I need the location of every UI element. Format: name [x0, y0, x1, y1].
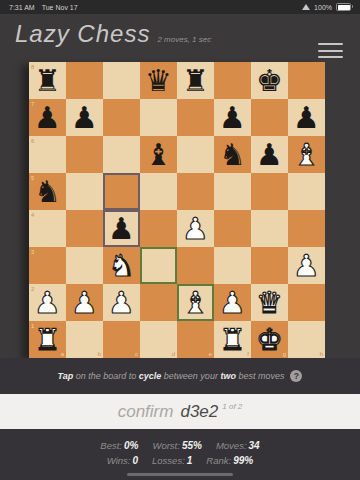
- square-c2[interactable]: ♟: [103, 284, 140, 321]
- piece-white-pawn: ♟: [103, 284, 140, 321]
- home-indicator[interactable]: [127, 473, 233, 476]
- chess-board[interactable]: 8♜♛♜♚7♟♟♟♟6♝♞♟♝5♞4♟♟3♞♟2♟♟♟♝♟♛1a♜bcdef♜g…: [29, 62, 325, 358]
- square-a2[interactable]: 2♟: [29, 284, 66, 321]
- confirm-move-button[interactable]: confirm d3e2 1 of 2: [0, 394, 360, 429]
- square-c3[interactable]: ♞: [103, 247, 140, 284]
- title-row: Lazy Chess 2 moves, 1 sec: [15, 20, 211, 48]
- piece-white-queen: ♛: [251, 284, 288, 321]
- battery-fill: [338, 5, 350, 10]
- piece-black-knight: ♞: [214, 136, 251, 173]
- square-a5[interactable]: 5♞: [29, 173, 66, 210]
- rank-label-1: 1: [31, 323, 34, 329]
- square-h1[interactable]: h: [288, 321, 325, 358]
- square-e6[interactable]: [177, 136, 214, 173]
- square-a6[interactable]: 6: [29, 136, 66, 173]
- file-label-a: a: [61, 351, 64, 357]
- battery-icon: [336, 3, 351, 11]
- square-d5[interactable]: [140, 173, 177, 210]
- file-label-f: f: [247, 351, 249, 357]
- piece-black-pawn: ♟: [251, 136, 288, 173]
- rank-label-3: 3: [31, 249, 34, 255]
- file-label-g: g: [283, 351, 286, 357]
- hint-text-part: best moves: [236, 371, 285, 381]
- stat-value: 0: [132, 455, 138, 466]
- piece-black-queen: ♛: [140, 62, 177, 99]
- square-d7[interactable]: [140, 99, 177, 136]
- square-b6[interactable]: [66, 136, 103, 173]
- square-c6[interactable]: [103, 136, 140, 173]
- square-b5[interactable]: [66, 173, 103, 210]
- square-d2[interactable]: [140, 284, 177, 321]
- square-g2[interactable]: ♛: [251, 284, 288, 321]
- square-a3[interactable]: 3: [29, 247, 66, 284]
- rank-label-2: 2: [31, 286, 34, 292]
- confirm-move-label: d3e2: [180, 402, 218, 422]
- hint-text-part: two: [220, 371, 236, 381]
- square-h3[interactable]: ♟: [288, 247, 325, 284]
- square-f1[interactable]: f♜: [214, 321, 251, 358]
- rank-label-7: 7: [31, 101, 34, 107]
- square-d6[interactable]: ♝: [140, 136, 177, 173]
- status-right: 100%: [302, 3, 351, 11]
- square-g5[interactable]: [251, 173, 288, 210]
- stat-rank: Rank:99%: [206, 450, 253, 467]
- square-f8[interactable]: [214, 62, 251, 99]
- square-a1[interactable]: 1a♜: [29, 321, 66, 358]
- app-header: Lazy Chess 2 moves, 1 sec: [0, 14, 360, 62]
- square-h7[interactable]: ♟: [288, 99, 325, 136]
- lazy-chess-app: 7:31 AMTue Nov 17 100% Lazy Chess 2 move…: [0, 0, 360, 480]
- piece-black-pawn: ♟: [103, 210, 140, 247]
- piece-white-bishop: ♝: [288, 136, 325, 173]
- rank-label-6: 6: [31, 138, 34, 144]
- square-c5[interactable]: [103, 173, 140, 210]
- stat-label: Rank:: [206, 455, 231, 466]
- stat-losses: Losses:1: [152, 450, 192, 467]
- piece-white-pawn: ♟: [177, 210, 214, 247]
- square-h5[interactable]: [288, 173, 325, 210]
- square-e8[interactable]: ♜: [177, 62, 214, 99]
- file-label-e: e: [209, 351, 212, 357]
- square-c4[interactable]: ♟: [103, 210, 140, 247]
- square-b4[interactable]: [66, 210, 103, 247]
- square-a7[interactable]: 7♟: [29, 99, 66, 136]
- hint-text: Tap on the board to cycle between your t…: [58, 371, 285, 381]
- piece-black-pawn: ♟: [66, 99, 103, 136]
- square-c7[interactable]: [103, 99, 140, 136]
- piece-white-pawn: ♟: [214, 284, 251, 321]
- square-g6[interactable]: ♟: [251, 136, 288, 173]
- stats-rows: Best:0%Worst:55%Moves:34Wins:0Losses:1Ra…: [0, 429, 360, 467]
- stat-label: Wins:: [107, 455, 131, 466]
- square-h8[interactable]: [288, 62, 325, 99]
- square-g4[interactable]: [251, 210, 288, 247]
- hint-text-part: cycle: [139, 371, 162, 381]
- square-b2[interactable]: ♟: [66, 284, 103, 321]
- square-b8[interactable]: [66, 62, 103, 99]
- square-c1[interactable]: c: [103, 321, 140, 358]
- square-c8[interactable]: [103, 62, 140, 99]
- piece-white-pawn: ♟: [29, 284, 66, 321]
- stat-label: Losses:: [152, 455, 185, 466]
- square-e4[interactable]: ♟: [177, 210, 214, 247]
- stat-value: 99%: [233, 455, 253, 466]
- square-d1[interactable]: d: [140, 321, 177, 358]
- stats-panel: Best:0%Worst:55%Moves:34Wins:0Losses:1Ra…: [0, 429, 360, 480]
- piece-black-pawn: ♟: [29, 99, 66, 136]
- app-title: Lazy Chess: [15, 20, 150, 48]
- square-a8[interactable]: 8♜: [29, 62, 66, 99]
- stat-value: 1: [187, 455, 193, 466]
- piece-white-knight: ♞: [103, 247, 140, 284]
- piece-black-rook: ♜: [29, 62, 66, 99]
- status-left: 7:31 AMTue Nov 17: [9, 4, 85, 11]
- square-f4[interactable]: [214, 210, 251, 247]
- piece-white-pawn: ♟: [66, 284, 103, 321]
- file-label-c: c: [135, 351, 138, 357]
- rank-label-4: 4: [31, 212, 34, 218]
- square-h6[interactable]: ♝: [288, 136, 325, 173]
- piece-black-knight: ♞: [29, 173, 66, 210]
- status-time: 7:31 AM: [9, 4, 35, 11]
- square-a4[interactable]: 4: [29, 210, 66, 247]
- hint-text-part: Tap: [58, 371, 74, 381]
- battery-percent: 100%: [314, 4, 332, 11]
- rank-label-8: 8: [31, 64, 34, 70]
- piece-black-rook: ♜: [177, 62, 214, 99]
- square-f3[interactable]: [214, 247, 251, 284]
- square-e2[interactable]: ♝: [177, 284, 214, 321]
- square-e3[interactable]: [177, 247, 214, 284]
- square-b7[interactable]: ♟: [66, 99, 103, 136]
- piece-black-bishop: ♝: [140, 136, 177, 173]
- square-h2[interactable]: [288, 284, 325, 321]
- rank-label-5: 5: [31, 175, 34, 181]
- file-label-d: d: [172, 351, 175, 357]
- piece-black-pawn: ♟: [288, 99, 325, 136]
- square-e5[interactable]: [177, 173, 214, 210]
- square-g8[interactable]: ♚: [251, 62, 288, 99]
- menu-icon[interactable]: [318, 43, 343, 63]
- piece-white-rook: ♜: [214, 321, 251, 358]
- square-e1[interactable]: e: [177, 321, 214, 358]
- move-counter: 1 of 2: [222, 402, 242, 411]
- square-f7[interactable]: ♟: [214, 99, 251, 136]
- piece-black-king: ♚: [251, 62, 288, 99]
- square-e7[interactable]: [177, 99, 214, 136]
- square-f2[interactable]: ♟: [214, 284, 251, 321]
- status-bar: 7:31 AMTue Nov 17 100%: [0, 0, 360, 14]
- help-icon[interactable]: ?: [290, 370, 302, 382]
- square-f6[interactable]: ♞: [214, 136, 251, 173]
- piece-white-bishop: ♝: [177, 284, 214, 321]
- square-d8[interactable]: ♛: [140, 62, 177, 99]
- piece-black-pawn: ♟: [214, 99, 251, 136]
- hint-text-part: between your: [161, 371, 220, 381]
- piece-white-pawn: ♟: [288, 247, 325, 284]
- stat-row: Wins:0Losses:1Rank:99%: [0, 452, 360, 467]
- square-b1[interactable]: b: [66, 321, 103, 358]
- hint-text-part: on the board to: [73, 371, 139, 381]
- app-subtitle: 2 moves, 1 sec: [157, 35, 211, 44]
- file-label-h: h: [320, 351, 323, 357]
- square-h4[interactable]: [288, 210, 325, 247]
- square-f5[interactable]: [214, 173, 251, 210]
- confirm-action-label: confirm: [118, 402, 174, 422]
- square-g3[interactable]: [251, 247, 288, 284]
- wifi-icon: [302, 4, 310, 10]
- hint-bar: Tap on the board to cycle between your t…: [0, 358, 360, 394]
- square-g1[interactable]: g♚: [251, 321, 288, 358]
- stat-wins: Wins:0: [107, 450, 138, 467]
- file-label-b: b: [98, 351, 101, 357]
- square-d3[interactable]: [140, 247, 177, 284]
- status-date: Tue Nov 17: [42, 4, 78, 11]
- square-d4[interactable]: [140, 210, 177, 247]
- square-g7[interactable]: [251, 99, 288, 136]
- square-b3[interactable]: [66, 247, 103, 284]
